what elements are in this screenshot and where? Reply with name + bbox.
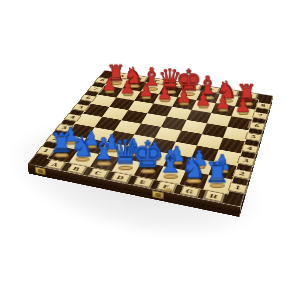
chess-glyph-rook: ♜ [204,159,230,186]
piece-base [54,153,68,157]
piece-base [118,165,132,169]
piece-blue-bishop[interactable]: ♝ [156,148,183,178]
brass-latch-icon [152,190,164,200]
chess-glyph-bishop: ♝ [156,148,183,176]
piece-red-pawn[interactable]: ♟ [195,91,211,109]
piece-blue-rook[interactable]: ♜ [204,159,230,188]
scene: ♜♞♝♛♚♝♞♜♟♟♟♟♟♟♟♟♟♟♟♟♟♟♟♟♜♞♝♛♚♝♞♜ AA11BB2… [0,0,285,285]
brass-latch-icon [35,166,47,175]
piece-base [75,157,89,161]
piece-red-pawn[interactable]: ♟ [119,80,135,97]
piece-red-pawn[interactable]: ♟ [214,94,230,112]
piece-base [96,161,110,165]
piece-red-pawn[interactable]: ♟ [234,97,251,115]
piece-blue-knight[interactable]: ♞ [180,154,206,183]
chess-glyph-knight: ♞ [180,154,206,180]
photo-stage: ♜♞♝♛♚♝♞♜♟♟♟♟♟♟♟♟♟♟♟♟♟♟♟♟♜♞♝♛♚♝♞♜ AA11BB2… [0,0,285,285]
board-face: ♜♞♝♛♚♝♞♜♟♟♟♟♟♟♟♟♟♟♟♟♟♟♟♟♜♞♝♛♚♝♞♜ AA11BB2… [28,70,274,207]
piece-red-pawn[interactable]: ♟ [156,85,172,102]
piece-base [163,174,178,179]
chess-board-box: ♜♞♝♛♚♝♞♜♟♟♟♟♟♟♟♟♟♟♟♟♟♟♟♟♜♞♝♛♚♝♞♜ AA11BB2… [28,70,274,207]
piece-base [209,183,224,188]
piece-red-pawn[interactable]: ♟ [101,77,117,94]
piece-red-pawn[interactable]: ♟ [175,88,191,105]
piece-base [186,178,201,183]
piece-red-pawn[interactable]: ♟ [138,82,154,99]
